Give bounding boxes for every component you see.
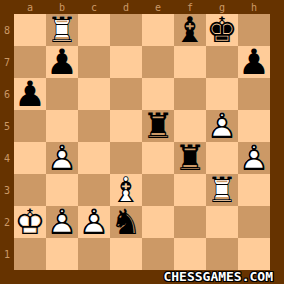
white-piece-fill: ♟ <box>78 205 109 240</box>
square-d4[interactable] <box>110 142 142 174</box>
file-label-e: e <box>142 0 174 14</box>
white-piece-outline: ♔ <box>14 205 45 240</box>
white-piece-fill: ♜ <box>206 173 237 208</box>
square-e7[interactable] <box>142 46 174 78</box>
square-d7[interactable] <box>110 46 142 78</box>
square-g5[interactable]: ♟♙ <box>206 110 238 142</box>
rank-label-5: 5 <box>0 110 14 142</box>
rank-label-2: 2 <box>0 206 14 238</box>
file-label-d: d <box>110 0 142 14</box>
square-e3[interactable] <box>142 174 174 206</box>
square-d2[interactable]: ♞ <box>110 206 142 238</box>
square-f3[interactable] <box>174 174 206 206</box>
piece-white-king-a2[interactable]: ♚♔ <box>14 206 46 238</box>
square-c6[interactable] <box>78 78 110 110</box>
square-b6[interactable] <box>46 78 78 110</box>
rank-label-6: 6 <box>0 78 14 110</box>
white-piece-outline: ♙ <box>78 205 109 240</box>
square-h7[interactable]: ♟ <box>238 46 270 78</box>
square-c2[interactable]: ♟♙ <box>78 206 110 238</box>
white-piece-fill: ♟ <box>238 141 269 176</box>
file-label-a: a <box>14 0 46 14</box>
piece-white-pawn-h4[interactable]: ♟♙ <box>238 142 270 174</box>
white-piece-fill: ♟ <box>46 141 77 176</box>
square-b2[interactable]: ♟♙ <box>46 206 78 238</box>
square-f7[interactable] <box>174 46 206 78</box>
white-piece-outline: ♙ <box>238 141 269 176</box>
chessgames-watermark: CHESSGAMES.COM <box>163 269 273 284</box>
rank-label-1: 1 <box>0 238 14 270</box>
square-f5[interactable] <box>174 110 206 142</box>
square-b7[interactable]: ♟ <box>46 46 78 78</box>
piece-black-pawn-a6[interactable]: ♟ <box>14 78 46 110</box>
white-piece-fill: ♟ <box>46 205 77 240</box>
square-c8[interactable] <box>78 14 110 46</box>
square-f6[interactable] <box>174 78 206 110</box>
square-f1[interactable] <box>174 238 206 270</box>
white-piece-outline: ♙ <box>46 205 77 240</box>
square-b8[interactable]: ♜♖ <box>46 14 78 46</box>
white-piece-fill: ♝ <box>110 173 141 208</box>
board-frame: abcdefgh 87654321 ♜♖♝♚♟♟♟♜♟♙♟♙♜♟♙♝♗♜♖♚♔♟… <box>0 0 284 284</box>
file-label-b: b <box>46 0 78 14</box>
rank-label-7: 7 <box>0 46 14 78</box>
piece-black-king-g8[interactable]: ♚ <box>206 14 238 46</box>
black-piece-glyph: ♜ <box>174 141 205 176</box>
rank-label-8: 8 <box>0 14 14 46</box>
file-labels: abcdefgh <box>14 0 270 14</box>
square-a3[interactable] <box>14 174 46 206</box>
square-d5[interactable] <box>110 110 142 142</box>
piece-white-bishop-d3[interactable]: ♝♗ <box>110 174 142 206</box>
square-a4[interactable] <box>14 142 46 174</box>
square-g4[interactable] <box>206 142 238 174</box>
square-e8[interactable] <box>142 14 174 46</box>
white-piece-fill: ♟ <box>206 109 237 144</box>
square-e2[interactable] <box>142 206 174 238</box>
piece-white-rook-b8[interactable]: ♜♖ <box>46 14 78 46</box>
piece-black-pawn-h7[interactable]: ♟ <box>238 46 270 78</box>
black-piece-glyph: ♝ <box>174 13 205 48</box>
black-piece-glyph: ♟ <box>46 45 77 80</box>
square-h1[interactable] <box>238 238 270 270</box>
piece-white-pawn-b2[interactable]: ♟♙ <box>46 206 78 238</box>
rank-label-4: 4 <box>0 142 14 174</box>
square-a2[interactable]: ♚♔ <box>14 206 46 238</box>
piece-white-rook-g3[interactable]: ♜♖ <box>206 174 238 206</box>
piece-white-pawn-g5[interactable]: ♟♙ <box>206 110 238 142</box>
square-c7[interactable] <box>78 46 110 78</box>
square-g2[interactable] <box>206 206 238 238</box>
white-piece-outline: ♙ <box>46 141 77 176</box>
piece-black-pawn-b7[interactable]: ♟ <box>46 46 78 78</box>
square-a6[interactable]: ♟ <box>14 78 46 110</box>
square-d1[interactable] <box>110 238 142 270</box>
square-g1[interactable] <box>206 238 238 270</box>
piece-black-rook-f4[interactable]: ♜ <box>174 142 206 174</box>
square-e1[interactable] <box>142 238 174 270</box>
square-a7[interactable] <box>14 46 46 78</box>
square-f8[interactable]: ♝ <box>174 14 206 46</box>
square-c1[interactable] <box>78 238 110 270</box>
chess-board: ♜♖♝♚♟♟♟♜♟♙♟♙♜♟♙♝♗♜♖♚♔♟♙♟♙♞ <box>14 14 270 270</box>
white-piece-outline: ♖ <box>46 13 77 48</box>
square-e4[interactable] <box>142 142 174 174</box>
white-piece-fill: ♚ <box>14 205 45 240</box>
square-a1[interactable] <box>14 238 46 270</box>
square-h2[interactable] <box>238 206 270 238</box>
white-piece-outline: ♙ <box>206 109 237 144</box>
square-a5[interactable] <box>14 110 46 142</box>
square-h8[interactable] <box>238 14 270 46</box>
square-b4[interactable]: ♟♙ <box>46 142 78 174</box>
white-piece-outline: ♖ <box>206 173 237 208</box>
square-g6[interactable] <box>206 78 238 110</box>
square-g3[interactable]: ♜♖ <box>206 174 238 206</box>
square-c4[interactable] <box>78 142 110 174</box>
piece-white-pawn-b4[interactable]: ♟♙ <box>46 142 78 174</box>
square-c3[interactable] <box>78 174 110 206</box>
square-d3[interactable]: ♝♗ <box>110 174 142 206</box>
file-label-g: g <box>206 0 238 14</box>
square-d8[interactable] <box>110 14 142 46</box>
square-g7[interactable] <box>206 46 238 78</box>
square-f2[interactable] <box>174 206 206 238</box>
square-g8[interactable]: ♚ <box>206 14 238 46</box>
square-c5[interactable] <box>78 110 110 142</box>
piece-black-rook-e5[interactable]: ♜ <box>142 110 174 142</box>
rank-labels: 87654321 <box>0 14 14 270</box>
white-piece-outline: ♗ <box>110 173 141 208</box>
black-piece-glyph: ♚ <box>206 13 237 48</box>
square-h5[interactable] <box>238 110 270 142</box>
file-label-c: c <box>78 0 110 14</box>
square-b3[interactable] <box>46 174 78 206</box>
black-piece-glyph: ♞ <box>110 205 141 240</box>
piece-white-pawn-c2[interactable]: ♟♙ <box>78 206 110 238</box>
piece-black-knight-d2[interactable]: ♞ <box>110 206 142 238</box>
black-piece-glyph: ♜ <box>142 109 173 144</box>
file-label-h: h <box>238 0 270 14</box>
white-piece-fill: ♜ <box>46 13 77 48</box>
square-e6[interactable] <box>142 78 174 110</box>
black-piece-glyph: ♟ <box>14 77 45 112</box>
piece-black-bishop-f8[interactable]: ♝ <box>174 14 206 46</box>
square-h4[interactable]: ♟♙ <box>238 142 270 174</box>
square-b1[interactable] <box>46 238 78 270</box>
square-h6[interactable] <box>238 78 270 110</box>
square-e5[interactable]: ♜ <box>142 110 174 142</box>
black-piece-glyph: ♟ <box>238 45 269 80</box>
file-label-f: f <box>174 0 206 14</box>
square-f4[interactable]: ♜ <box>174 142 206 174</box>
square-a8[interactable] <box>14 14 46 46</box>
square-h3[interactable] <box>238 174 270 206</box>
square-d6[interactable] <box>110 78 142 110</box>
square-b5[interactable] <box>46 110 78 142</box>
rank-label-3: 3 <box>0 174 14 206</box>
